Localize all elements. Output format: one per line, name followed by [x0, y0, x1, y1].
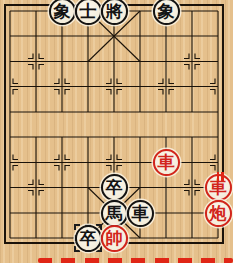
piece-red-chariot[interactable]: 車	[153, 149, 180, 176]
xiangqi-board[interactable]: 象士將象車卒車馬車炮卒帥	[0, 0, 233, 263]
piece-red-cannon[interactable]: 炮	[205, 200, 232, 227]
piece-black-soldier[interactable]: 卒	[75, 225, 102, 252]
piece-black-chariot[interactable]: 車	[127, 200, 154, 227]
piece-black-advisor[interactable]: 士	[75, 0, 102, 25]
piece-black-elephant[interactable]: 象	[153, 0, 180, 25]
piece-black-general[interactable]: 將	[101, 0, 128, 25]
piece-red-general[interactable]: 帥	[101, 225, 128, 252]
piece-black-horse[interactable]: 馬	[101, 200, 128, 227]
piece-black-elephant[interactable]: 象	[49, 0, 76, 25]
red-last-move-marker	[217, 172, 220, 181]
piece-black-soldier[interactable]: 卒	[101, 174, 128, 201]
red-last-move-marker	[221, 172, 224, 181]
bottom-red-dashed-line	[38, 258, 233, 263]
